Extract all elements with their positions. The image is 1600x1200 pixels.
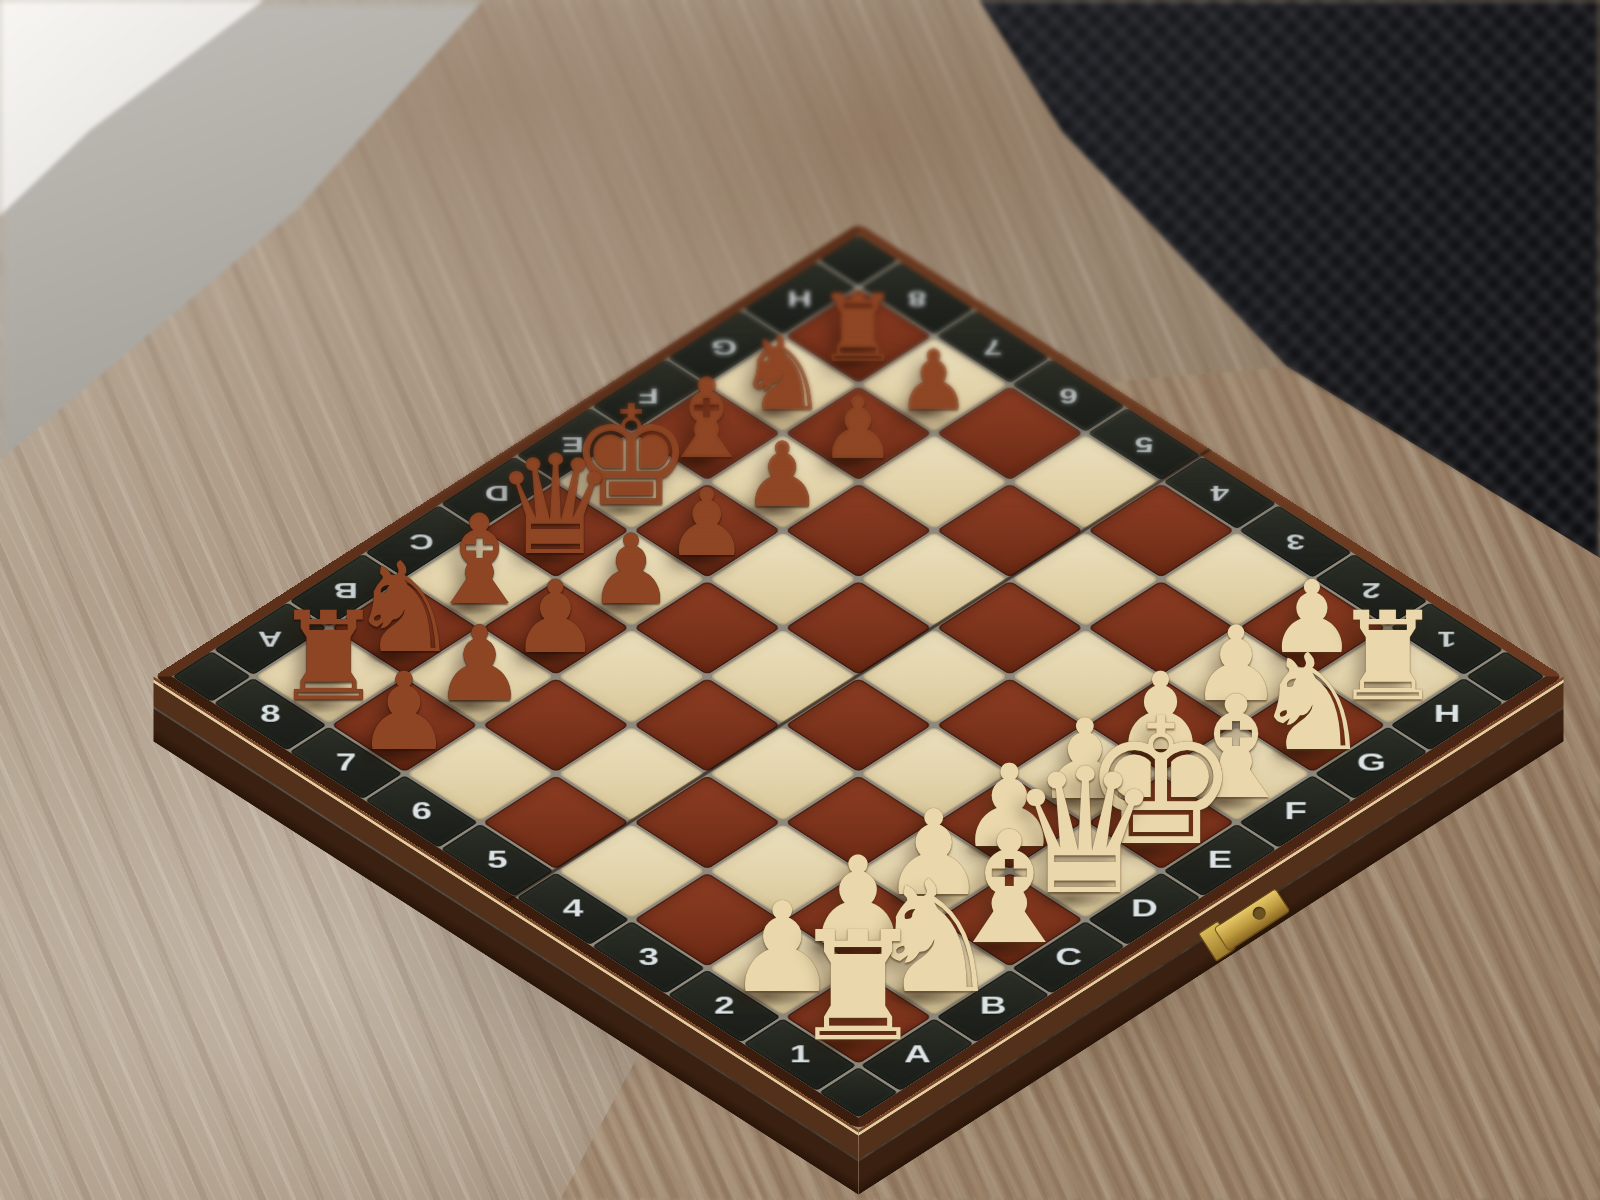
piece-dark-pawn-h7[interactable]: ♟ [897,340,971,423]
piece-dark-pawn-e7[interactable]: ♟ [665,476,749,569]
coord-label: 8 [907,285,926,310]
coord-label: 3 [638,943,659,970]
piece-dark-pawn-f7[interactable]: ♟ [742,431,822,521]
coord-label: 6 [1059,383,1078,408]
coord-label: 7 [983,334,1002,359]
coord-label: H [787,285,812,310]
coord-label: 3 [1286,528,1305,553]
coord-label: 7 [335,749,356,776]
piece-dark-pawn-a7[interactable]: ♟ [356,659,452,766]
coord-label: 5 [1134,431,1153,456]
coord-label: 4 [562,895,583,922]
piece-dark-rook-h8[interactable]: ♜ [816,282,900,376]
coord-label: 5 [486,846,507,873]
coord-label: 6 [411,797,432,824]
piece-white-rook-a1[interactable]: ♜ [790,912,925,1063]
piece-dark-pawn-g7[interactable]: ♟ [819,385,896,471]
piece-dark-pawn-d7[interactable]: ♟ [588,522,675,619]
coord-label: 4 [1210,480,1229,505]
